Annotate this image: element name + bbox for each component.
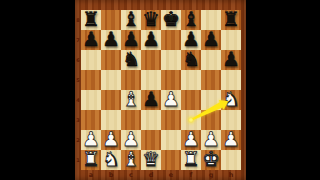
white-knight-b1[interactable]: ♞	[101, 149, 121, 169]
square-e6[interactable]	[161, 50, 181, 70]
white-bishop-c4[interactable]: ♝	[121, 89, 141, 109]
black-king-e8[interactable]: ♚	[161, 9, 181, 29]
black-pawn-c7[interactable]: ♟	[121, 29, 141, 49]
square-f5[interactable]	[181, 70, 201, 90]
white-pawn-h2[interactable]: ♟	[221, 129, 241, 149]
file-label-g: g	[201, 170, 221, 180]
black-pawn-g7[interactable]: ♟	[201, 29, 221, 49]
white-bishop-c1[interactable]: ♝	[121, 149, 141, 169]
black-pawn-d7[interactable]: ♟	[141, 29, 161, 49]
square-g5[interactable]	[201, 70, 221, 90]
file-label-f: f	[181, 170, 201, 180]
black-pawn-a7[interactable]: ♟	[81, 29, 101, 49]
white-king-g1[interactable]: ♚	[201, 149, 221, 169]
white-pawn-a2[interactable]: ♟	[81, 129, 101, 149]
black-knight-f6[interactable]: ♞	[181, 49, 201, 69]
black-knight-c6[interactable]: ♞	[121, 49, 141, 69]
rank-label-2: 2	[75, 130, 81, 150]
square-b6[interactable]	[101, 50, 121, 70]
file-label-d: d	[141, 170, 161, 180]
black-pawn-f7[interactable]: ♟	[181, 29, 201, 49]
file-label-b: b	[101, 170, 121, 180]
square-e1[interactable]	[161, 150, 181, 170]
rank-label-5: 5	[75, 70, 81, 90]
square-a4[interactable]	[81, 90, 101, 110]
file-label-c: c	[121, 170, 141, 180]
square-a6[interactable]	[81, 50, 101, 70]
black-pawn-b7[interactable]: ♟	[101, 29, 121, 49]
rank-label-6: 6	[75, 50, 81, 70]
rank-label-3: 3	[75, 110, 81, 130]
file-label-h: h	[221, 170, 241, 180]
white-queen-d1[interactable]: ♛	[141, 149, 161, 169]
file-label-a: a	[81, 170, 101, 180]
screenshot-root: { "game": "chess", "position": "r1bqkb1r…	[0, 0, 320, 180]
board-squares: ♜♝♛♚♝♜♟♟♟♟♟♟♞♞♟♝♟♟♞♟♟♟♟♟♟♜♞♝♛♜♚	[81, 10, 241, 170]
black-rook-a8[interactable]: ♜	[81, 9, 101, 29]
black-queen-d8[interactable]: ♛	[141, 9, 161, 29]
square-g6[interactable]	[201, 50, 221, 70]
black-pawn-d4[interactable]: ♟	[141, 89, 161, 109]
white-pawn-b2[interactable]: ♟	[101, 129, 121, 149]
black-pawn-h6[interactable]: ♟	[221, 49, 241, 69]
square-a5[interactable]	[81, 70, 101, 90]
black-bishop-f8[interactable]: ♝	[181, 9, 201, 29]
square-e2[interactable]	[161, 130, 181, 150]
white-rook-f1[interactable]: ♜	[181, 149, 201, 169]
white-knight-h4[interactable]: ♞	[221, 89, 241, 109]
rank-label-7: 7	[75, 30, 81, 50]
rank-label-4: 4	[75, 90, 81, 110]
square-g4[interactable]	[201, 90, 221, 110]
rank-label-1: 1	[75, 150, 81, 170]
square-b5[interactable]	[101, 70, 121, 90]
chess-board: ♜♝♛♚♝♜♟♟♟♟♟♟♞♞♟♝♟♟♞♟♟♟♟♟♟♜♞♝♛♜♚ 87654321…	[75, 0, 246, 180]
white-pawn-g2[interactable]: ♟	[201, 129, 221, 149]
white-rook-a1[interactable]: ♜	[81, 149, 101, 169]
white-pawn-c2[interactable]: ♟	[121, 129, 141, 149]
square-e3[interactable]	[161, 110, 181, 130]
square-b4[interactable]	[101, 90, 121, 110]
square-f4[interactable]	[181, 90, 201, 110]
white-pawn-f2[interactable]: ♟	[181, 129, 201, 149]
square-d6[interactable]	[141, 50, 161, 70]
square-e7[interactable]	[161, 30, 181, 50]
black-bishop-c8[interactable]: ♝	[121, 9, 141, 29]
white-pawn-e4[interactable]: ♟	[161, 89, 181, 109]
black-rook-h8[interactable]: ♜	[221, 9, 241, 29]
rank-label-8: 8	[75, 10, 81, 30]
file-label-e: e	[161, 170, 181, 180]
square-d3[interactable]	[141, 110, 161, 130]
square-h1[interactable]	[221, 150, 241, 170]
